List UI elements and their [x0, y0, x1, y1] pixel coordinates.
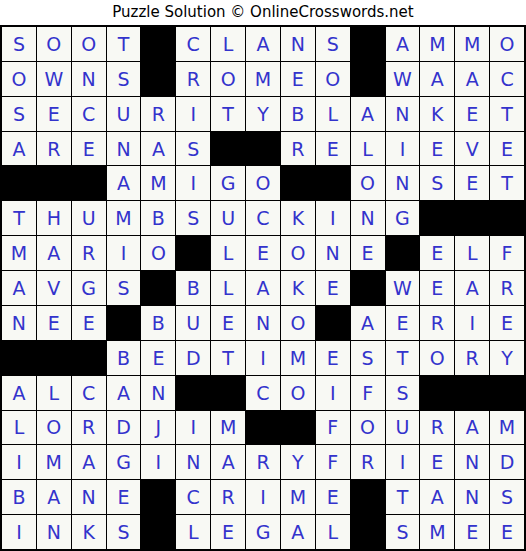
grid-cell: L [176, 515, 210, 549]
grid-cell: M [455, 27, 489, 61]
grid-cell: B [2, 480, 36, 514]
grid-cell: E [37, 306, 71, 340]
grid-cell: E [72, 132, 106, 166]
grid-cell: O [211, 62, 245, 96]
grid-cell: O [351, 411, 385, 445]
grid-cell: U [72, 201, 106, 235]
grid-cell: O [37, 27, 71, 61]
grid-cell: E [316, 132, 350, 166]
grid-cell: A [386, 27, 420, 61]
grid-cell: A [107, 376, 141, 410]
block-cell [455, 376, 489, 410]
block-cell [316, 306, 350, 340]
grid-cell: N [141, 376, 175, 410]
grid-cell: A [2, 376, 36, 410]
grid-cell: G [211, 166, 245, 200]
grid-cell: S [420, 166, 454, 200]
grid-cell: A [107, 166, 141, 200]
block-cell [246, 132, 280, 166]
block-cell [72, 166, 106, 200]
grid-cell: U [107, 97, 141, 131]
block-cell [2, 341, 36, 375]
grid-cell: C [490, 62, 524, 96]
grid-cell: M [37, 445, 71, 479]
grid-cell: S [176, 201, 210, 235]
grid-cell: C [176, 27, 210, 61]
grid-cell: E [211, 515, 245, 549]
grid-cell: R [72, 236, 106, 270]
grid-cell: T [211, 341, 245, 375]
grid-cell: O [351, 166, 385, 200]
grid-cell: E [490, 306, 524, 340]
grid-cell: F [490, 236, 524, 270]
grid-cell: A [281, 515, 315, 549]
grid-cell: B [281, 97, 315, 131]
grid-cell: I [246, 480, 280, 514]
grid-cell: R [72, 411, 106, 445]
grid-cell: E [107, 480, 141, 514]
grid-cell: I [246, 341, 280, 375]
grid-cell: E [490, 515, 524, 549]
grid-cell: L [2, 411, 36, 445]
grid-cell: N [351, 201, 385, 235]
grid-cell: T [2, 201, 36, 235]
grid-cell: A [351, 306, 385, 340]
grid-cell: C [246, 376, 280, 410]
grid-cell: R [141, 97, 175, 131]
grid-cell: O [420, 341, 454, 375]
grid-cell: O [316, 62, 350, 96]
block-cell [37, 341, 71, 375]
grid-cell: A [211, 445, 245, 479]
grid-cell: R [281, 132, 315, 166]
block-cell [386, 236, 420, 270]
grid-cell: M [246, 62, 280, 96]
grid-cell: M [420, 27, 454, 61]
grid-cell: L [316, 515, 350, 549]
grid-cell: T [490, 166, 524, 200]
grid-cell: R [490, 271, 524, 305]
grid-cell: S [490, 480, 524, 514]
grid-cell: I [455, 306, 489, 340]
grid-cell: E [455, 166, 489, 200]
block-cell [141, 27, 175, 61]
block-cell [246, 411, 280, 445]
grid-cell: S [316, 27, 350, 61]
grid-cell: E [37, 97, 71, 131]
grid-cell: O [246, 166, 280, 200]
grid-cell: A [37, 236, 71, 270]
grid-cell: E [455, 515, 489, 549]
grid-cell: N [316, 236, 350, 270]
grid-cell: O [281, 376, 315, 410]
grid-cell: D [176, 341, 210, 375]
grid-cell: I [386, 132, 420, 166]
block-cell [141, 480, 175, 514]
grid-cell: I [176, 166, 210, 200]
grid-cell: A [2, 271, 36, 305]
grid-cell: A [2, 132, 36, 166]
grid-cell: A [37, 480, 71, 514]
grid-cell: E [420, 132, 454, 166]
grid-cell: R [420, 306, 454, 340]
grid-cell: N [455, 445, 489, 479]
grid-cell: E [420, 271, 454, 305]
grid-cell: M [211, 411, 245, 445]
grid-cell: T [211, 97, 245, 131]
grid-cell: N [72, 480, 106, 514]
grid-cell: V [455, 132, 489, 166]
grid-cell: C [72, 376, 106, 410]
grid-cell: A [141, 132, 175, 166]
grid-cell: J [141, 411, 175, 445]
block-cell [211, 132, 245, 166]
grid-cell: W [386, 271, 420, 305]
grid-cell: R [176, 62, 210, 96]
grid-cell: E [281, 62, 315, 96]
grid-cell: E [386, 306, 420, 340]
block-cell [351, 271, 385, 305]
grid-cell: L [211, 27, 245, 61]
block-cell [351, 480, 385, 514]
grid-cell: R [211, 480, 245, 514]
grid-cell: S [386, 515, 420, 549]
block-cell [351, 62, 385, 96]
grid-cell: I [2, 515, 36, 549]
block-cell [420, 201, 454, 235]
grid-cell: N [281, 27, 315, 61]
block-cell [351, 27, 385, 61]
block-cell [176, 376, 210, 410]
grid-cell: W [386, 62, 420, 96]
grid-cell: L [37, 376, 71, 410]
grid-cell: S [2, 97, 36, 131]
grid-cell: O [490, 27, 524, 61]
block-cell [141, 271, 175, 305]
block-cell [316, 166, 350, 200]
grid-cell: S [107, 271, 141, 305]
grid-cell: A [455, 62, 489, 96]
grid-cell: Y [490, 341, 524, 375]
grid-cell: S [107, 62, 141, 96]
grid-cell: A [351, 97, 385, 131]
grid-cell: E [316, 341, 350, 375]
grid-cell: E [141, 341, 175, 375]
grid-cell: R [37, 132, 71, 166]
grid-cell: I [386, 445, 420, 479]
grid-cell: K [281, 201, 315, 235]
grid-cell: H [37, 201, 71, 235]
block-cell [141, 62, 175, 96]
block-cell [176, 236, 210, 270]
grid-cell: I [316, 376, 350, 410]
grid-cell: T [490, 97, 524, 131]
block-cell [281, 411, 315, 445]
grid-cell: O [37, 411, 71, 445]
block-cell [107, 306, 141, 340]
grid-cell: M [281, 341, 315, 375]
grid-cell: T [386, 341, 420, 375]
grid-cell: M [420, 515, 454, 549]
grid-cell: L [211, 236, 245, 270]
grid-cell: F [351, 376, 385, 410]
grid-cell: O [281, 306, 315, 340]
block-cell [420, 376, 454, 410]
grid-cell: I [107, 236, 141, 270]
grid-cell: A [246, 27, 280, 61]
grid-cell: A [420, 480, 454, 514]
block-cell [211, 376, 245, 410]
crossword-grid: SOOTCLANSAMMOOWNSROMEOWAACSECURITYBLANKE… [0, 25, 526, 551]
grid-cell: N [107, 132, 141, 166]
grid-cell: E [455, 97, 489, 131]
grid-cell: R [246, 445, 280, 479]
grid-cell: E [211, 306, 245, 340]
grid-cell: G [386, 201, 420, 235]
grid-cell: S [107, 515, 141, 549]
grid-cell: Y [246, 97, 280, 131]
grid-cell: M [2, 236, 36, 270]
grid-cell: E [351, 236, 385, 270]
grid-cell: L [211, 271, 245, 305]
page: Puzzle Solution © OnlineCrosswords.net S… [0, 0, 526, 551]
grid-cell: F [316, 411, 350, 445]
grid-cell: C [176, 480, 210, 514]
grid-cell: B [107, 341, 141, 375]
block-cell [37, 166, 71, 200]
grid-cell: U [386, 411, 420, 445]
grid-cell: L [351, 132, 385, 166]
grid-cell: I [2, 445, 36, 479]
grid-cell: M [141, 166, 175, 200]
grid-cell: F [316, 445, 350, 479]
grid-cell: N [176, 445, 210, 479]
grid-cell: A [246, 271, 280, 305]
grid-cell: O [141, 236, 175, 270]
grid-cell: I [176, 411, 210, 445]
grid-cell: B [176, 271, 210, 305]
grid-cell: I [316, 201, 350, 235]
grid-cell: A [72, 445, 106, 479]
grid-cell: R [420, 411, 454, 445]
grid-cell: U [211, 201, 245, 235]
block-cell [2, 166, 36, 200]
grid-cell: E [246, 236, 280, 270]
grid-cell: R [351, 445, 385, 479]
grid-cell: E [72, 306, 106, 340]
grid-cell: E [316, 271, 350, 305]
block-cell [455, 201, 489, 235]
grid-cell: S [351, 341, 385, 375]
grid-cell: N [386, 97, 420, 131]
grid-cell: M [490, 411, 524, 445]
grid-cell: S [386, 376, 420, 410]
grid-cell: A [455, 411, 489, 445]
grid-cell: N [2, 306, 36, 340]
grid-cell: C [246, 201, 280, 235]
grid-cell: O [2, 62, 36, 96]
grid-cell: G [107, 445, 141, 479]
grid-cell: W [37, 62, 71, 96]
grid-cell: O [281, 236, 315, 270]
grid-cell: N [386, 166, 420, 200]
block-cell [72, 341, 106, 375]
grid-cell: V [37, 271, 71, 305]
grid-cell: A [420, 62, 454, 96]
grid-cell: K [72, 515, 106, 549]
grid-cell: S [176, 132, 210, 166]
grid-cell: E [420, 236, 454, 270]
block-cell [141, 515, 175, 549]
block-cell [490, 376, 524, 410]
grid-cell: E [490, 132, 524, 166]
grid-cell: Y [281, 445, 315, 479]
grid-cell: N [455, 480, 489, 514]
grid-cell: T [107, 27, 141, 61]
grid-cell: I [141, 445, 175, 479]
page-title: Puzzle Solution © OnlineCrosswords.net [0, 0, 526, 25]
grid-cell: I [176, 97, 210, 131]
grid-cell: M [281, 480, 315, 514]
grid-cell: C [72, 97, 106, 131]
grid-cell: U [176, 306, 210, 340]
grid-cell: G [72, 271, 106, 305]
grid-cell: A [455, 271, 489, 305]
grid-cell: T [386, 480, 420, 514]
grid-cell: O [72, 27, 106, 61]
grid-cell: E [316, 480, 350, 514]
grid-cell: L [455, 236, 489, 270]
grid-cell: B [141, 306, 175, 340]
grid-cell: S [2, 27, 36, 61]
grid-cell: B [141, 201, 175, 235]
grid-cell: K [420, 97, 454, 131]
block-cell [281, 166, 315, 200]
grid-cell: N [37, 515, 71, 549]
block-cell [351, 515, 385, 549]
block-cell [490, 201, 524, 235]
grid-cell: M [107, 201, 141, 235]
grid-cell: K [281, 271, 315, 305]
grid-cell: D [490, 445, 524, 479]
grid-cell: D [107, 411, 141, 445]
grid-cell: N [72, 62, 106, 96]
grid-cell: R [455, 341, 489, 375]
grid-cell: G [246, 515, 280, 549]
grid-cell: N [246, 306, 280, 340]
grid-cell: L [316, 97, 350, 131]
grid-cell: E [420, 445, 454, 479]
